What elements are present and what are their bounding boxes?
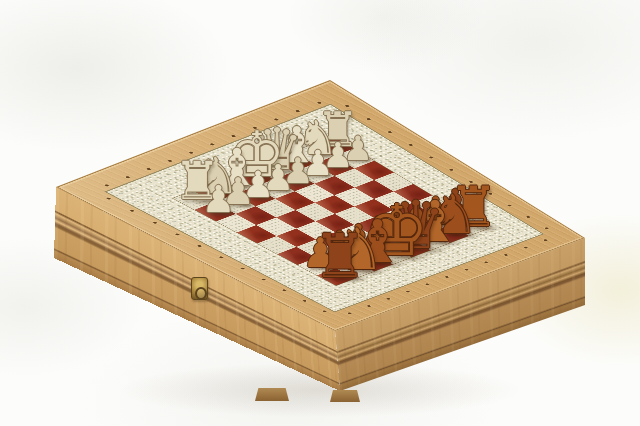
brass-pin xyxy=(464,268,469,270)
brass-pin xyxy=(523,246,528,248)
box-foot xyxy=(255,388,289,401)
brass-pin xyxy=(365,118,370,121)
brass-pin xyxy=(152,221,158,224)
brass-pin xyxy=(503,254,508,256)
brass-pin xyxy=(385,298,390,300)
piece-red-rook[interactable]: ♜ xyxy=(313,226,367,286)
brass-pin xyxy=(387,131,392,134)
chess-set-photo: ♜♞♟♝♟♛♟♚♟♝♟♞♟♜♟♟♟♟♜♟♞♟♝♟♛♟♚♟♝♟♞♜ xyxy=(0,0,640,426)
brass-pin xyxy=(506,204,511,206)
brass-pin xyxy=(103,184,109,187)
brass-pin xyxy=(239,267,244,269)
brass-pin xyxy=(261,278,266,280)
brass-pin xyxy=(302,300,307,302)
brass-pin xyxy=(424,283,429,285)
brass-pin xyxy=(281,289,286,291)
brass-pin xyxy=(322,310,327,312)
brass-clasp xyxy=(191,277,208,300)
brass-pin xyxy=(428,156,433,159)
brass-pin xyxy=(448,168,453,171)
brass-pin xyxy=(124,176,130,179)
brass-pin xyxy=(129,209,135,212)
brass-pin xyxy=(366,305,371,307)
piece-white-pawn[interactable]: ♟ xyxy=(202,181,235,218)
brass-pin xyxy=(544,227,549,229)
brass-pin xyxy=(105,197,111,200)
brass-pin xyxy=(483,261,488,263)
brass-pin xyxy=(525,216,530,218)
brass-pin xyxy=(444,276,449,278)
brass-pin xyxy=(347,312,352,314)
brass-pin xyxy=(405,290,410,292)
brass-pin xyxy=(543,239,548,241)
brass-pin xyxy=(145,168,151,171)
box-foot xyxy=(330,390,360,402)
brass-pin xyxy=(196,245,201,247)
brass-clasp-hook xyxy=(195,287,207,300)
brass-pin xyxy=(166,159,172,162)
brass-pin xyxy=(218,256,223,258)
brass-pin xyxy=(408,144,413,147)
brass-pin xyxy=(174,233,179,235)
